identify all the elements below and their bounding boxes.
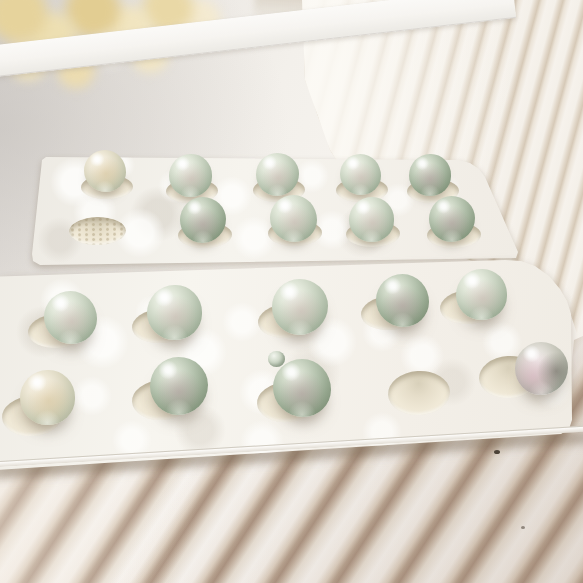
pearl-front-tray-r1c4: [376, 274, 429, 327]
pearl-front-tray-r2c5: [515, 342, 568, 395]
scene: [0, 0, 583, 583]
debris-speck: [494, 450, 500, 454]
pearl-front-tray-r1c3: [272, 279, 328, 335]
pearl-bump: [268, 351, 285, 367]
slot-hole-front-tray-r2c4: [387, 369, 452, 417]
pearl-front-tray-r2c3: [273, 359, 331, 417]
pearl-front-tray-r1c5: [456, 269, 507, 320]
pearl-front-tray-r1c1: [44, 291, 97, 344]
front-tray-pieces: [0, 0, 583, 583]
pearl-front-tray-r1c2: [147, 285, 202, 340]
debris-speck-small: [521, 526, 525, 529]
pearl-front-tray-r2c2: [150, 357, 208, 415]
pearl-front-tray-r2c1: [20, 370, 75, 425]
